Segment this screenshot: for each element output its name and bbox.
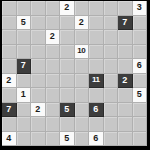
cell-r4c0[interactable] [2, 59, 17, 74]
cell-r2c1[interactable] [17, 30, 32, 45]
cell-r5c3[interactable] [46, 74, 61, 89]
cell-r8c7[interactable] [104, 117, 119, 132]
cell-r3c4[interactable] [60, 45, 75, 60]
cell-r0c8[interactable] [118, 1, 133, 16]
cell-r1c0[interactable] [2, 16, 17, 31]
cell-r0c3[interactable] [46, 1, 61, 16]
cell-r6c3[interactable] [46, 88, 61, 103]
cell-r9c2[interactable] [31, 132, 46, 147]
cell-r7c8[interactable] [118, 103, 133, 118]
cell-r1c9[interactable] [133, 16, 148, 31]
cell-r8c1[interactable] [17, 117, 32, 132]
cell-r9c9[interactable] [133, 132, 148, 147]
cell-r2c4[interactable] [60, 30, 75, 45]
cell-r1c6[interactable] [89, 16, 104, 31]
cell-r8c2[interactable] [31, 117, 46, 132]
cell-r8c6[interactable] [89, 117, 104, 132]
cell-r6c8[interactable] [118, 88, 133, 103]
cell-r6c1-white-1[interactable]: 1 [17, 88, 32, 103]
cell-r7c1[interactable] [17, 103, 32, 118]
cell-r2c7[interactable] [104, 30, 119, 45]
cell-r7c9[interactable] [133, 103, 148, 118]
cell-r2c6[interactable] [89, 30, 104, 45]
cell-r1c8-dark-7[interactable]: 7 [118, 16, 133, 31]
cell-r9c0-white-4[interactable]: 4 [2, 132, 17, 147]
cell-r7c2-white-2[interactable]: 2 [31, 103, 46, 118]
cell-r0c9-white-3[interactable]: 3 [133, 1, 148, 16]
cell-r5c7[interactable] [104, 74, 119, 89]
cell-r8c8[interactable] [118, 117, 133, 132]
cell-r4c7[interactable] [104, 59, 119, 74]
cell-r4c2[interactable] [31, 59, 46, 74]
cell-r8c3[interactable] [46, 117, 61, 132]
cell-r8c4[interactable] [60, 117, 75, 132]
cell-r2c0[interactable] [2, 30, 17, 45]
cell-r4c9-white-6[interactable]: 6 [133, 59, 148, 74]
cell-r7c3[interactable] [46, 103, 61, 118]
cell-r0c1[interactable] [17, 1, 32, 16]
cell-r6c6[interactable] [89, 88, 104, 103]
puzzle-frame: 23527210762112157256456 [0, 0, 150, 150]
cell-r6c2[interactable] [31, 88, 46, 103]
cell-r3c2[interactable] [31, 45, 46, 60]
cell-r4c8[interactable] [118, 59, 133, 74]
cell-r0c6[interactable] [89, 1, 104, 16]
cell-r0c0[interactable] [2, 1, 17, 16]
cell-r9c7[interactable] [104, 132, 119, 147]
cell-r5c6-dark-11[interactable]: 11 [89, 74, 104, 89]
cell-r1c3[interactable] [46, 16, 61, 31]
cell-r1c2[interactable] [31, 16, 46, 31]
cell-r3c6[interactable] [89, 45, 104, 60]
cell-r2c3-white-2[interactable]: 2 [46, 30, 61, 45]
cell-r7c4-dark-5[interactable]: 5 [60, 103, 75, 118]
cell-r4c3[interactable] [46, 59, 61, 74]
cell-r3c5-white-10[interactable]: 10 [75, 45, 90, 60]
cell-r5c5[interactable] [75, 74, 90, 89]
cell-r8c0[interactable] [2, 117, 17, 132]
cell-r2c5[interactable] [75, 30, 90, 45]
cell-r3c1[interactable] [17, 45, 32, 60]
cell-r9c1[interactable] [17, 132, 32, 147]
cell-r2c9[interactable] [133, 30, 148, 45]
cell-r9c4-white-5[interactable]: 5 [60, 132, 75, 147]
mosaic-board: 23527210762112157256456 [2, 1, 147, 146]
cell-r6c7[interactable] [104, 88, 119, 103]
cell-r1c7[interactable] [104, 16, 119, 31]
cell-r5c1[interactable] [17, 74, 32, 89]
cell-r0c5[interactable] [75, 1, 90, 16]
cell-r9c5[interactable] [75, 132, 90, 147]
cell-r3c7[interactable] [104, 45, 119, 60]
cell-r4c4[interactable] [60, 59, 75, 74]
cell-r6c4[interactable] [60, 88, 75, 103]
cell-r3c3[interactable] [46, 45, 61, 60]
cell-r6c9-white-5[interactable]: 5 [133, 88, 148, 103]
cell-r3c0[interactable] [2, 45, 17, 60]
cell-r6c5[interactable] [75, 88, 90, 103]
cell-r1c1-white-5[interactable]: 5 [17, 16, 32, 31]
cell-r8c9[interactable] [133, 117, 148, 132]
cell-r8c5[interactable] [75, 117, 90, 132]
cell-r4c6[interactable] [89, 59, 104, 74]
cell-r0c2[interactable] [31, 1, 46, 16]
cell-r2c8[interactable] [118, 30, 133, 45]
cell-r5c0-white-2[interactable]: 2 [2, 74, 17, 89]
cell-r4c5[interactable] [75, 59, 90, 74]
cell-r7c0-dark-7[interactable]: 7 [2, 103, 17, 118]
cell-r1c4[interactable] [60, 16, 75, 31]
cell-r7c7[interactable] [104, 103, 119, 118]
cell-r0c4-white-2[interactable]: 2 [60, 1, 75, 16]
cell-r0c7[interactable] [104, 1, 119, 16]
cell-r9c8[interactable] [118, 132, 133, 147]
cell-r6c0[interactable] [2, 88, 17, 103]
cell-r7c5[interactable] [75, 103, 90, 118]
cell-r7c6-dark-6[interactable]: 6 [89, 103, 104, 118]
cell-r3c8[interactable] [118, 45, 133, 60]
cell-r4c1-dark-7[interactable]: 7 [17, 59, 32, 74]
cell-r5c8-dark-2[interactable]: 2 [118, 74, 133, 89]
cell-r5c2[interactable] [31, 74, 46, 89]
cell-r2c2[interactable] [31, 30, 46, 45]
cell-r9c6-white-6[interactable]: 6 [89, 132, 104, 147]
cell-r9c3[interactable] [46, 132, 61, 147]
cell-r1c5-white-2[interactable]: 2 [75, 16, 90, 31]
cell-r5c9[interactable] [133, 74, 148, 89]
cell-r5c4[interactable] [60, 74, 75, 89]
cell-r3c9[interactable] [133, 45, 148, 60]
